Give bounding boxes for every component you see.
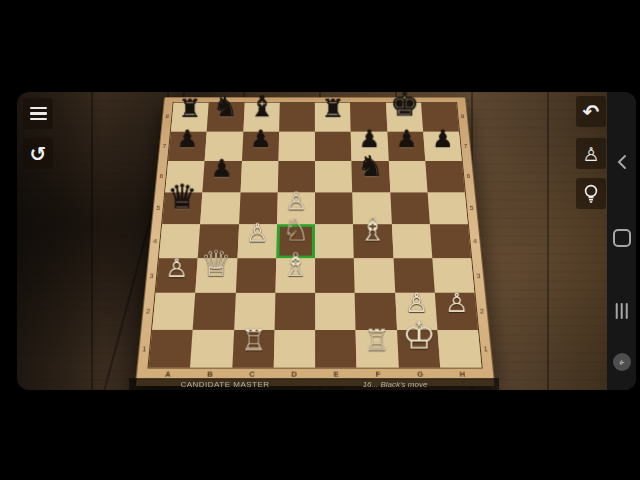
square-f4[interactable]: ♗ xyxy=(353,224,393,258)
letterboxed-screen: 87654321 87654321 ABCDEFGH ♜♞♝♜♚♟♟♟♟♟♟♞♛… xyxy=(0,0,640,480)
white-pawn-d5[interactable]: ♙ xyxy=(271,188,321,213)
square-f6[interactable]: ♞ xyxy=(352,161,390,192)
player-mode-button[interactable]: ♙ xyxy=(576,138,606,169)
square-g1[interactable]: ♔ xyxy=(396,329,439,367)
chess-board: 87654321 87654321 ABCDEFGH ♜♞♝♜♚♟♟♟♟♟♟♞♛… xyxy=(135,97,494,380)
square-h4[interactable] xyxy=(430,224,471,258)
square-a1[interactable] xyxy=(149,329,193,367)
black-queen-a5[interactable]: ♛ xyxy=(157,179,207,213)
undo-arrow-icon: ↶ xyxy=(583,102,600,122)
nav-back-button[interactable] xyxy=(617,154,627,170)
opponent-level-label: CANDIDATE MASTER xyxy=(180,380,269,389)
square-b6[interactable]: ♟ xyxy=(203,161,242,192)
black-pawn-b6[interactable]: ♟ xyxy=(198,157,247,181)
move-status-label: 16... Black's move xyxy=(363,380,428,389)
square-h6[interactable] xyxy=(425,161,465,192)
black-pawn-h7[interactable]: ♟ xyxy=(419,127,467,151)
rotate-icon: ↺ xyxy=(30,144,47,164)
black-pawn-c7[interactable]: ♟ xyxy=(236,127,284,151)
square-c1[interactable]: ♖ xyxy=(232,329,275,367)
square-h5[interactable] xyxy=(427,192,468,224)
board-scene: 87654321 87654321 ABCDEFGH ♜♞♝♜♚♟♟♟♟♟♟♞♛… xyxy=(151,92,477,388)
square-e2[interactable] xyxy=(315,293,356,330)
black-king-g8[interactable]: ♚ xyxy=(381,92,428,122)
nav-home-button[interactable] xyxy=(613,229,631,247)
menu-button[interactable] xyxy=(23,98,53,129)
square-d2[interactable] xyxy=(274,293,315,330)
pawn-icon: ♙ xyxy=(582,143,599,165)
black-rook-e8[interactable]: ♜ xyxy=(309,96,356,121)
hide-nav-icon: « xyxy=(617,357,627,367)
white-rook-c1[interactable]: ♖ xyxy=(226,325,280,354)
black-knight-f6[interactable]: ♞ xyxy=(346,152,395,181)
white-bishop-d3[interactable]: ♗ xyxy=(269,249,321,281)
nav-recents-button[interactable] xyxy=(615,303,628,319)
white-queen-b3[interactable]: ♕ xyxy=(190,246,242,281)
undo-move-button[interactable]: ↶ xyxy=(576,96,606,127)
hamburger-icon xyxy=(30,107,47,121)
status-bar: CANDIDATE MASTER 16... Black's move xyxy=(129,378,499,390)
black-pawn-a7[interactable]: ♟ xyxy=(163,127,211,151)
square-c7[interactable]: ♟ xyxy=(242,131,279,161)
back-chevron-icon xyxy=(617,154,627,170)
square-f3[interactable] xyxy=(354,258,395,293)
square-b2[interactable] xyxy=(193,293,235,330)
square-h7[interactable]: ♟ xyxy=(423,131,462,161)
square-a2[interactable] xyxy=(152,293,195,330)
board-grid: ♜♞♝♜♚♟♟♟♟♟♟♞♛♙♙♘♗♙♕♗♙♙♖♖♔ xyxy=(147,102,482,369)
white-pawn-h2[interactable]: ♙ xyxy=(430,290,483,316)
hint-button[interactable] xyxy=(576,178,606,209)
white-bishop-f4[interactable]: ♗ xyxy=(348,215,399,246)
square-a5[interactable]: ♛ xyxy=(162,192,202,224)
black-bishop-c8[interactable]: ♝ xyxy=(238,93,285,122)
nav-hide-button[interactable]: « xyxy=(613,353,631,371)
lightbulb-icon xyxy=(583,184,599,204)
white-knight-d4[interactable]: ♘ xyxy=(270,216,321,246)
flip-board-button[interactable]: ↺ xyxy=(23,138,53,169)
square-d3[interactable]: ♗ xyxy=(275,258,315,293)
white-king-g1[interactable]: ♔ xyxy=(391,317,445,355)
chess-app-video-frame: 87654321 87654321 ABCDEFGH ♜♞♝♜♚♟♟♟♟♟♟♞♛… xyxy=(17,92,636,390)
android-nav-bar: « xyxy=(607,92,636,390)
square-b3[interactable]: ♕ xyxy=(196,258,237,293)
